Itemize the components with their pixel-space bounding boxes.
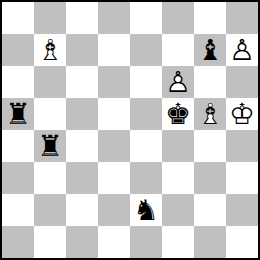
square-g6[interactable] xyxy=(194,66,226,98)
square-c8[interactable] xyxy=(66,2,98,34)
square-d5[interactable] xyxy=(98,98,130,130)
white-bishop-g5[interactable]: ♝♗ xyxy=(194,98,226,130)
black-king-icon: ♚ xyxy=(162,98,194,130)
square-f8[interactable] xyxy=(162,2,194,34)
square-c1[interactable] xyxy=(66,226,98,258)
black-knight-icon: ♞ xyxy=(130,194,162,226)
white-pawn-icon: ♙ xyxy=(226,34,258,66)
square-d1[interactable] xyxy=(98,226,130,258)
square-c2[interactable] xyxy=(66,194,98,226)
square-h5[interactable]: ♚♔ xyxy=(226,98,258,130)
chess-board: ♝♗♝♟♙♟♙♜♚♝♗♚♔♜♞ xyxy=(0,0,260,260)
square-a4[interactable] xyxy=(2,130,34,162)
square-f4[interactable] xyxy=(162,130,194,162)
square-f6[interactable]: ♟♙ xyxy=(162,66,194,98)
square-f5[interactable]: ♚ xyxy=(162,98,194,130)
square-c6[interactable] xyxy=(66,66,98,98)
square-h4[interactable] xyxy=(226,130,258,162)
black-king-f5[interactable]: ♚ xyxy=(162,98,194,130)
square-e6[interactable] xyxy=(130,66,162,98)
square-d6[interactable] xyxy=(98,66,130,98)
square-a8[interactable] xyxy=(2,2,34,34)
square-b1[interactable] xyxy=(34,226,66,258)
square-d4[interactable] xyxy=(98,130,130,162)
white-pawn-h7[interactable]: ♟♙ xyxy=(226,34,258,66)
square-g4[interactable] xyxy=(194,130,226,162)
square-c3[interactable] xyxy=(66,162,98,194)
square-g8[interactable] xyxy=(194,2,226,34)
square-f2[interactable] xyxy=(162,194,194,226)
square-f1[interactable] xyxy=(162,226,194,258)
black-rook-icon: ♜ xyxy=(34,130,66,162)
square-g3[interactable] xyxy=(194,162,226,194)
square-h3[interactable] xyxy=(226,162,258,194)
square-h8[interactable] xyxy=(226,2,258,34)
square-g1[interactable] xyxy=(194,226,226,258)
square-h6[interactable] xyxy=(226,66,258,98)
black-rook-b4[interactable]: ♜ xyxy=(34,130,66,162)
square-b5[interactable] xyxy=(34,98,66,130)
chess-diagram: ♝♗♝♟♙♟♙♜♚♝♗♚♔♜♞ xyxy=(0,0,260,260)
square-h2[interactable] xyxy=(226,194,258,226)
square-b6[interactable] xyxy=(34,66,66,98)
square-e5[interactable] xyxy=(130,98,162,130)
square-b4[interactable]: ♜ xyxy=(34,130,66,162)
white-bishop-b7[interactable]: ♝♗ xyxy=(34,34,66,66)
black-rook-icon: ♜ xyxy=(2,98,34,130)
square-g5[interactable]: ♝♗ xyxy=(194,98,226,130)
square-e3[interactable] xyxy=(130,162,162,194)
square-e8[interactable] xyxy=(130,2,162,34)
square-b2[interactable] xyxy=(34,194,66,226)
black-rook-a5[interactable]: ♜ xyxy=(2,98,34,130)
square-g7[interactable]: ♝ xyxy=(194,34,226,66)
square-a1[interactable] xyxy=(2,226,34,258)
white-bishop-icon: ♗ xyxy=(194,98,226,130)
square-d2[interactable] xyxy=(98,194,130,226)
square-c4[interactable] xyxy=(66,130,98,162)
white-king-icon: ♔ xyxy=(226,98,258,130)
square-e1[interactable] xyxy=(130,226,162,258)
white-king-h5[interactable]: ♚♔ xyxy=(226,98,258,130)
white-pawn-f6[interactable]: ♟♙ xyxy=(162,66,194,98)
square-a6[interactable] xyxy=(2,66,34,98)
square-c7[interactable] xyxy=(66,34,98,66)
black-bishop-g7[interactable]: ♝ xyxy=(194,34,226,66)
square-f7[interactable] xyxy=(162,34,194,66)
square-c5[interactable] xyxy=(66,98,98,130)
black-bishop-icon: ♝ xyxy=(194,34,226,66)
square-b3[interactable] xyxy=(34,162,66,194)
square-d8[interactable] xyxy=(98,2,130,34)
square-h7[interactable]: ♟♙ xyxy=(226,34,258,66)
square-a7[interactable] xyxy=(2,34,34,66)
white-pawn-icon: ♙ xyxy=(162,66,194,98)
square-e2[interactable]: ♞ xyxy=(130,194,162,226)
white-bishop-icon: ♗ xyxy=(34,34,66,66)
square-e4[interactable] xyxy=(130,130,162,162)
square-f3[interactable] xyxy=(162,162,194,194)
square-e7[interactable] xyxy=(130,34,162,66)
square-d3[interactable] xyxy=(98,162,130,194)
square-a5[interactable]: ♜ xyxy=(2,98,34,130)
square-b8[interactable] xyxy=(34,2,66,34)
black-knight-e2[interactable]: ♞ xyxy=(130,194,162,226)
square-d7[interactable] xyxy=(98,34,130,66)
square-b7[interactable]: ♝♗ xyxy=(34,34,66,66)
square-a3[interactable] xyxy=(2,162,34,194)
square-g2[interactable] xyxy=(194,194,226,226)
square-h1[interactable] xyxy=(226,226,258,258)
square-a2[interactable] xyxy=(2,194,34,226)
